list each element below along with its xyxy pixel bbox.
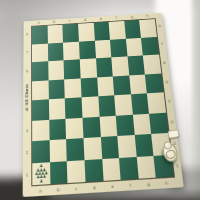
chess-board: abcdefgh abcdefgh 87654321 87654321 © US… (23, 13, 184, 197)
photo-scene: abcdefgh abcdefgh 87654321 87654321 © US… (0, 0, 200, 200)
cloth-right-edge-shade (190, 0, 200, 200)
cloth-top-shadow (0, 0, 200, 14)
vinyl-sheen (23, 13, 184, 197)
